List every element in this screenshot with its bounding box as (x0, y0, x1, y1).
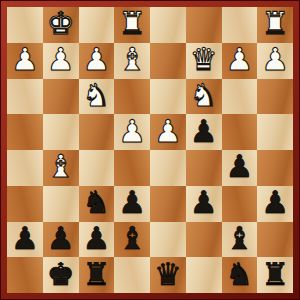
square-e1[interactable]: ♜ (114, 7, 150, 43)
black-rook[interactable]: ♜ (261, 259, 289, 290)
square-h7[interactable]: ♟ (7, 222, 43, 258)
square-h5[interactable] (7, 150, 43, 186)
square-e8[interactable] (114, 257, 150, 293)
square-c1[interactable] (186, 7, 222, 43)
square-b5[interactable]: ♟ (222, 150, 258, 186)
square-a1[interactable]: ♜ (257, 7, 293, 43)
square-g6[interactable] (43, 186, 79, 222)
white-pawn[interactable]: ♟ (82, 44, 110, 75)
square-f7[interactable]: ♟ (79, 222, 115, 258)
white-bishop[interactable]: ♝ (47, 151, 75, 182)
board-frame: ♚♜♜♟♟♟♝♛♟♟♞♞♟♟♟♝♟♞♟♟♟♟♟♟♝♝♚♜♛♞♜ (0, 0, 300, 300)
black-king[interactable]: ♚ (47, 259, 75, 290)
white-queen[interactable]: ♛ (190, 44, 218, 75)
square-a3[interactable] (257, 79, 293, 115)
square-e4[interactable]: ♟ (114, 114, 150, 150)
square-h2[interactable]: ♟ (7, 43, 43, 79)
white-pawn[interactable]: ♟ (118, 116, 146, 147)
white-pawn[interactable]: ♟ (154, 116, 182, 147)
black-pawn[interactable]: ♟ (11, 223, 39, 254)
black-knight[interactable]: ♞ (82, 187, 110, 218)
square-f6[interactable]: ♞ (79, 186, 115, 222)
white-pawn[interactable]: ♟ (225, 44, 253, 75)
black-pawn[interactable]: ♟ (47, 223, 75, 254)
square-e3[interactable] (114, 79, 150, 115)
square-f2[interactable]: ♟ (79, 43, 115, 79)
white-rook[interactable]: ♜ (261, 8, 289, 39)
square-g4[interactable] (43, 114, 79, 150)
white-king[interactable]: ♚ (47, 8, 75, 39)
black-pawn[interactable]: ♟ (82, 223, 110, 254)
square-d4[interactable]: ♟ (150, 114, 186, 150)
square-d6[interactable] (150, 186, 186, 222)
black-pawn[interactable]: ♟ (261, 187, 289, 218)
black-pawn[interactable]: ♟ (190, 187, 218, 218)
chess-board: ♚♜♜♟♟♟♝♛♟♟♞♞♟♟♟♝♟♞♟♟♟♟♟♟♝♝♚♜♛♞♜ (7, 7, 293, 293)
square-g2[interactable]: ♟ (43, 43, 79, 79)
square-g7[interactable]: ♟ (43, 222, 79, 258)
square-h3[interactable] (7, 79, 43, 115)
square-a5[interactable] (257, 150, 293, 186)
square-c5[interactable] (186, 150, 222, 186)
black-pawn[interactable]: ♟ (118, 187, 146, 218)
black-pawn[interactable]: ♟ (225, 151, 253, 182)
black-pawn[interactable]: ♟ (190, 116, 218, 147)
square-f3[interactable]: ♞ (79, 79, 115, 115)
square-g1[interactable]: ♚ (43, 7, 79, 43)
black-bishop[interactable]: ♝ (118, 223, 146, 254)
square-c4[interactable]: ♟ (186, 114, 222, 150)
square-d3[interactable] (150, 79, 186, 115)
square-h6[interactable] (7, 186, 43, 222)
black-knight[interactable]: ♞ (225, 259, 253, 290)
square-d7[interactable] (150, 222, 186, 258)
square-a4[interactable] (257, 114, 293, 150)
square-a6[interactable]: ♟ (257, 186, 293, 222)
white-pawn[interactable]: ♟ (47, 44, 75, 75)
square-b1[interactable] (222, 7, 258, 43)
square-d5[interactable] (150, 150, 186, 186)
square-h1[interactable] (7, 7, 43, 43)
white-pawn[interactable]: ♟ (261, 44, 289, 75)
square-b2[interactable]: ♟ (222, 43, 258, 79)
white-pawn[interactable]: ♟ (11, 44, 39, 75)
square-e2[interactable]: ♝ (114, 43, 150, 79)
square-g8[interactable]: ♚ (43, 257, 79, 293)
square-a8[interactable]: ♜ (257, 257, 293, 293)
square-a7[interactable] (257, 222, 293, 258)
square-c8[interactable] (186, 257, 222, 293)
square-a2[interactable]: ♟ (257, 43, 293, 79)
square-g3[interactable] (43, 79, 79, 115)
square-e6[interactable]: ♟ (114, 186, 150, 222)
square-e5[interactable] (114, 150, 150, 186)
square-f1[interactable] (79, 7, 115, 43)
black-rook[interactable]: ♜ (82, 259, 110, 290)
square-d8[interactable]: ♛ (150, 257, 186, 293)
square-c2[interactable]: ♛ (186, 43, 222, 79)
black-bishop[interactable]: ♝ (225, 223, 253, 254)
square-b6[interactable] (222, 186, 258, 222)
square-b8[interactable]: ♞ (222, 257, 258, 293)
square-b3[interactable] (222, 79, 258, 115)
square-f8[interactable]: ♜ (79, 257, 115, 293)
white-knight[interactable]: ♞ (190, 80, 218, 111)
white-knight[interactable]: ♞ (82, 80, 110, 111)
square-e7[interactable]: ♝ (114, 222, 150, 258)
square-c3[interactable]: ♞ (186, 79, 222, 115)
white-rook[interactable]: ♜ (118, 8, 146, 39)
square-g5[interactable]: ♝ (43, 150, 79, 186)
square-c7[interactable] (186, 222, 222, 258)
square-d1[interactable] (150, 7, 186, 43)
square-h4[interactable] (7, 114, 43, 150)
square-h8[interactable] (7, 257, 43, 293)
square-b4[interactable] (222, 114, 258, 150)
square-d2[interactable] (150, 43, 186, 79)
white-bishop[interactable]: ♝ (118, 44, 146, 75)
square-f4[interactable] (79, 114, 115, 150)
square-f5[interactable] (79, 150, 115, 186)
square-c6[interactable]: ♟ (186, 186, 222, 222)
black-queen[interactable]: ♛ (154, 259, 182, 290)
square-b7[interactable]: ♝ (222, 222, 258, 258)
